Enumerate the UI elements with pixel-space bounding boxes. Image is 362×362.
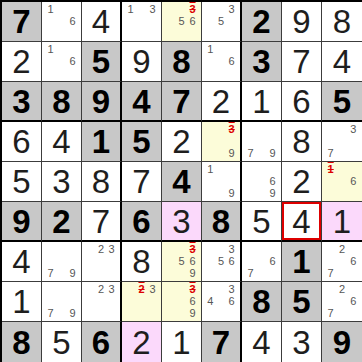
pencil-marks: 267	[322, 242, 362, 281]
user-digit: 5	[252, 205, 270, 238]
user-digit: 8	[132, 245, 150, 278]
user-digit: 1	[12, 285, 30, 318]
user-digit: 3	[52, 165, 70, 198]
cell-r2c9[interactable]: 4	[322, 42, 362, 82]
pencil-marks: 61	[322, 162, 362, 201]
pencil-marks: 13	[122, 2, 161, 41]
cell-r8c9[interactable]: 267	[322, 282, 362, 322]
candidate-mark: 2	[336, 283, 347, 295]
candidate-mark: 6	[187, 255, 198, 267]
given-digit: 2	[52, 205, 70, 238]
pencil-marks: 35	[202, 2, 240, 41]
given-digit: 5	[92, 45, 110, 78]
pencil-marks: 16	[42, 2, 81, 41]
given-digit: 9	[12, 205, 30, 238]
candidate-mark: 3	[226, 283, 237, 295]
cell-r4c8[interactable]: 8	[282, 122, 322, 162]
cell-r1c8[interactable]: 9	[282, 2, 322, 42]
cell-r2c6[interactable]: 16	[202, 42, 242, 82]
pencil-marks: 37	[322, 122, 362, 161]
cell-r2c4[interactable]: 9	[122, 42, 162, 82]
cell-r7c2[interactable]: 79	[42, 242, 82, 282]
given-digit: 7	[212, 326, 230, 359]
candidate-mark: 2	[96, 283, 107, 295]
given-digit: 6	[132, 205, 150, 238]
pencil-marks: 563	[162, 2, 201, 41]
cell-r7c3[interactable]: 23	[82, 242, 122, 282]
cell-r5c7[interactable]: 69	[242, 162, 282, 202]
cell-r8c1[interactable]: 1	[2, 282, 42, 322]
candidate-mark: 9	[187, 267, 198, 279]
given-digit: 8	[52, 85, 70, 118]
pencil-marks: 79	[242, 122, 281, 161]
candidate-mark: 3	[147, 283, 158, 295]
user-digit: 6	[292, 85, 310, 118]
candidate-mark: 1	[125, 3, 136, 15]
candidate-mark: 6	[348, 255, 359, 267]
candidate-mark: 9	[267, 147, 278, 159]
cell-r9c6[interactable]: 7	[202, 322, 242, 362]
cell-r3c6[interactable]: 2	[202, 82, 242, 122]
candidate-mark: 4	[205, 295, 216, 307]
user-digit: 2	[132, 326, 150, 359]
cell-r6c9[interactable]: 1	[322, 202, 362, 242]
cell-r6c7[interactable]: 5	[242, 202, 282, 242]
given-digit: 5	[333, 85, 351, 118]
eliminated-candidate: 3	[187, 283, 198, 295]
given-digit: 7	[12, 5, 30, 38]
candidate-mark: 9	[267, 187, 278, 199]
cell-r6c5[interactable]: 3	[162, 202, 202, 242]
candidate-mark: 6	[348, 295, 359, 307]
cell-r5c4[interactable]: 7	[122, 162, 162, 202]
cell-r7c7[interactable]: 67	[242, 242, 282, 282]
cell-r6c1[interactable]: 9	[2, 202, 42, 242]
cell-r7c8[interactable]: 1	[282, 242, 322, 282]
cell-r9c9[interactable]: 9	[322, 322, 362, 362]
cell-r5c9[interactable]: 61	[322, 162, 362, 202]
cell-r8c7[interactable]: 8	[242, 282, 282, 322]
cell-r4c7[interactable]: 79	[242, 122, 282, 162]
given-digit: 5	[292, 285, 310, 318]
candidate-mark: 3	[226, 3, 237, 15]
pencil-marks: 346	[202, 282, 240, 321]
pencil-marks: 19	[202, 162, 240, 201]
cell-r8c3[interactable]: 23	[82, 282, 122, 322]
cell-r2c5[interactable]: 8	[162, 42, 202, 82]
user-digit: 9	[132, 45, 150, 78]
candidate-mark: 9	[187, 307, 198, 319]
cell-r3c2[interactable]: 8	[42, 82, 82, 122]
cell-r6c3[interactable]: 7	[82, 202, 122, 242]
cell-r2c3[interactable]: 5	[82, 42, 122, 82]
cell-r2c8[interactable]: 7	[282, 42, 322, 82]
pencil-marks: 79	[42, 282, 81, 321]
candidate-mark: 7	[325, 147, 336, 159]
cell-r7c6[interactable]: 356	[202, 242, 242, 282]
cell-r3c8[interactable]: 6	[282, 82, 322, 122]
user-digit: 5	[52, 326, 70, 359]
cell-r1c2[interactable]: 16	[42, 2, 82, 42]
candidate-mark: 6	[226, 295, 237, 307]
candidate-mark: 7	[325, 267, 336, 279]
cell-r3c4[interactable]: 4	[122, 82, 162, 122]
candidate-mark: 3	[106, 243, 117, 255]
candidate-mark: 3	[147, 3, 158, 15]
candidate-mark: 6	[226, 255, 237, 267]
pencil-marks: 69	[242, 162, 281, 201]
user-digit: 7	[132, 165, 150, 198]
candidate-mark: 7	[45, 307, 56, 319]
pencil-marks: 693	[162, 282, 201, 321]
user-digit: 7	[92, 205, 110, 238]
cell-r3c9[interactable]: 5	[322, 82, 362, 122]
user-digit: 6	[12, 125, 30, 158]
candidate-mark: 5	[216, 255, 227, 267]
candidate-mark: 6	[187, 295, 198, 307]
cell-r7c4[interactable]: 8	[122, 242, 162, 282]
user-digit: 1	[252, 85, 270, 118]
cell-r8c5[interactable]: 693	[162, 282, 202, 322]
cell-r5c6[interactable]: 19	[202, 162, 242, 202]
given-digit: 2	[252, 5, 270, 38]
cell-r2c2[interactable]: 16	[42, 42, 82, 82]
user-digit: 8	[292, 125, 310, 158]
user-digit: 2	[292, 165, 310, 198]
cell-r8c2[interactable]: 79	[42, 282, 82, 322]
user-digit: 3	[172, 205, 190, 238]
candidate-mark: 9	[67, 307, 78, 319]
pencil-marks: 16	[202, 42, 240, 81]
candidate-mark: 6	[226, 55, 237, 67]
candidate-mark: 9	[226, 147, 237, 159]
cell-r2c1[interactable]: 2	[2, 42, 42, 82]
cell-r5c1[interactable]: 5	[2, 162, 42, 202]
candidate-mark: 7	[245, 267, 256, 279]
candidate-mark: 6	[67, 15, 78, 27]
eliminated-candidate: 1	[325, 163, 336, 175]
eliminated-candidate: 2	[136, 283, 147, 295]
candidate-mark: 5	[176, 255, 187, 267]
cell-r4c5[interactable]: 2	[162, 122, 202, 162]
pencil-marks: 16	[42, 42, 81, 81]
cell-r1c4[interactable]: 13	[122, 2, 162, 42]
user-digit: 8	[333, 5, 351, 38]
cell-r3c1[interactable]: 3	[2, 82, 42, 122]
cell-r3c7[interactable]: 1	[242, 82, 282, 122]
cell-r6c8[interactable]: 4	[282, 202, 322, 242]
candidate-mark: 3	[226, 243, 237, 255]
given-digit: 7	[172, 85, 190, 118]
user-digit: 3	[292, 326, 310, 359]
given-digit: 1	[292, 245, 310, 278]
given-digit: 9	[92, 85, 110, 118]
candidate-mark: 6	[267, 175, 278, 187]
cell-r9c2[interactable]: 5	[42, 322, 82, 362]
cell-r9c8[interactable]: 3	[282, 322, 322, 362]
candidate-mark: 6	[267, 255, 278, 267]
cell-r1c6[interactable]: 35	[202, 2, 242, 42]
pencil-marks: 67	[242, 242, 281, 281]
given-digit: 5	[132, 125, 150, 158]
candidate-mark: 6	[67, 55, 78, 67]
cell-r9c4[interactable]: 2	[122, 322, 162, 362]
user-digit: 4	[52, 125, 70, 158]
user-digit: 1	[333, 205, 351, 238]
cell-r3c3[interactable]: 9	[82, 82, 122, 122]
cell-r4c3[interactable]: 1	[82, 122, 122, 162]
cell-r8c6[interactable]: 346	[202, 282, 242, 322]
user-digit: 4	[333, 45, 351, 78]
user-digit: 1	[172, 326, 190, 359]
pencil-marks: 79	[42, 242, 81, 281]
given-digit: 4	[132, 85, 150, 118]
cell-r9c5[interactable]: 1	[162, 322, 202, 362]
cell-r1c5[interactable]: 563	[162, 2, 202, 42]
cell-r4c4[interactable]: 5	[122, 122, 162, 162]
candidate-mark: 3	[348, 123, 359, 135]
candidate-mark: 1	[205, 163, 216, 175]
given-digit: 8	[252, 285, 270, 318]
candidate-mark: 1	[205, 43, 216, 55]
given-digit: 1	[92, 125, 110, 158]
cell-r1c3[interactable]: 4	[82, 2, 122, 42]
cell-r5c3[interactable]: 8	[82, 162, 122, 202]
cell-r6c6[interactable]: 8	[202, 202, 242, 242]
eliminated-candidate: 3	[187, 243, 198, 255]
user-digit: 5	[12, 165, 30, 198]
given-digit: 8	[12, 326, 30, 359]
user-digit: 7	[292, 45, 310, 78]
cell-r8c4[interactable]: 32	[122, 282, 162, 322]
cell-r9c7[interactable]: 4	[242, 322, 282, 362]
user-digit: 2	[172, 125, 190, 158]
user-digit: 4	[252, 326, 270, 359]
cell-r4c1[interactable]: 6	[2, 122, 42, 162]
cell-r7c9[interactable]: 267	[322, 242, 362, 282]
candidate-mark: 3	[106, 283, 117, 295]
candidate-mark: 7	[45, 267, 56, 279]
given-digit: 3	[252, 45, 270, 78]
user-digit: 4	[92, 5, 110, 38]
cell-r4c2[interactable]: 4	[42, 122, 82, 162]
given-digit: 8	[212, 205, 230, 238]
cell-r2c7[interactable]: 3	[242, 42, 282, 82]
given-digit: 3	[12, 85, 30, 118]
candidate-mark: 1	[45, 3, 56, 15]
cell-r5c2[interactable]: 3	[42, 162, 82, 202]
cell-r7c5[interactable]: 5693	[162, 242, 202, 282]
pencil-marks: 267	[322, 282, 362, 321]
cell-r8c8[interactable]: 5	[282, 282, 322, 322]
cell-r6c4[interactable]: 6	[122, 202, 162, 242]
cell-r9c3[interactable]: 6	[82, 322, 122, 362]
given-digit: 6	[92, 326, 110, 359]
user-digit: 2	[12, 45, 30, 78]
cell-r5c8[interactable]: 2	[282, 162, 322, 202]
user-digit: 8	[92, 165, 110, 198]
cell-r7c1[interactable]: 4	[2, 242, 42, 282]
candidate-mark: 2	[96, 243, 107, 255]
user-digit: 4	[292, 205, 310, 238]
candidate-mark: 9	[67, 267, 78, 279]
candidate-mark: 1	[45, 43, 56, 55]
pencil-marks: 23	[82, 282, 120, 321]
cell-r1c1[interactable]: 7	[2, 2, 42, 42]
sudoku-board: 7164135633529821659816374389472165641529…	[0, 0, 362, 362]
candidate-mark: 7	[245, 147, 256, 159]
cell-r1c9[interactable]: 8	[322, 2, 362, 42]
candidate-mark: 5	[216, 15, 227, 27]
pencil-marks: 5693	[162, 242, 201, 281]
candidate-mark: 5	[176, 15, 187, 27]
eliminated-candidate: 3	[187, 3, 198, 15]
candidate-mark: 9	[226, 187, 237, 199]
cell-r1c7[interactable]: 2	[242, 2, 282, 42]
pencil-marks: 32	[122, 282, 161, 321]
user-digit: 4	[12, 245, 30, 278]
pencil-marks: 93	[202, 122, 240, 161]
cell-r5c5[interactable]: 4	[162, 162, 202, 202]
candidate-mark: 6	[187, 15, 198, 27]
given-digit: 9	[333, 326, 351, 359]
cell-r3c5[interactable]: 7	[162, 82, 202, 122]
cell-r9c1[interactable]: 8	[2, 322, 42, 362]
given-digit: 8	[172, 45, 190, 78]
cell-r4c9[interactable]: 37	[322, 122, 362, 162]
eliminated-candidate: 3	[226, 123, 237, 135]
user-digit: 2	[212, 85, 230, 118]
pencil-marks: 23	[82, 242, 120, 281]
candidate-mark: 6	[348, 175, 359, 187]
candidate-mark: 2	[336, 243, 347, 255]
candidate-mark: 7	[325, 307, 336, 319]
cell-r6c2[interactable]: 2	[42, 202, 82, 242]
pencil-marks: 356	[202, 242, 240, 281]
cell-r4c6[interactable]: 93	[202, 122, 242, 162]
user-digit: 9	[292, 5, 310, 38]
given-digit: 4	[172, 165, 190, 198]
